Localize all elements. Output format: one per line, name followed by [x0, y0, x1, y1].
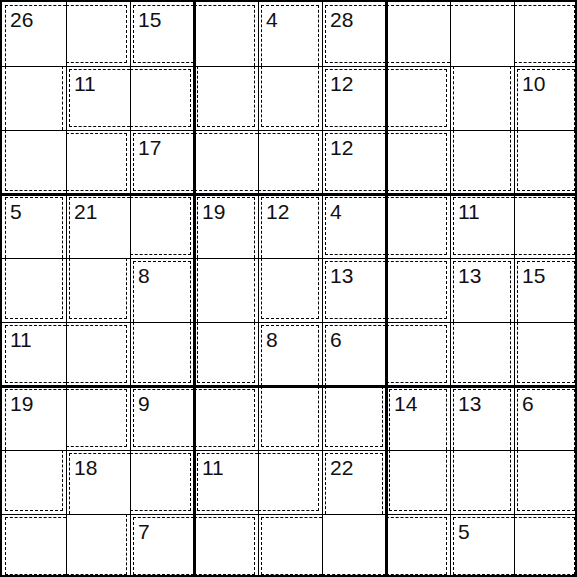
grid-line-vertical-4 [258, 2, 259, 575]
cell-r6c5[interactable] [258, 322, 322, 386]
cell-r2c8[interactable] [450, 66, 514, 130]
cell-r3c2[interactable] [66, 130, 130, 194]
cell-r9c3[interactable] [130, 514, 194, 577]
grid-line-horizontal-5 [2, 322, 575, 323]
cell-r9c4[interactable] [194, 514, 258, 577]
cell-r4c9[interactable] [514, 194, 577, 258]
cell-r8c6[interactable] [322, 450, 386, 514]
cell-r7c2[interactable] [66, 386, 130, 450]
cell-r8c5[interactable] [258, 450, 322, 514]
cell-r6c1[interactable] [2, 322, 66, 386]
grid-line-horizontal-1 [2, 66, 575, 67]
cell-r3c4[interactable] [194, 130, 258, 194]
cell-r7c7[interactable] [386, 386, 450, 450]
grid-line-horizontal-2 [2, 130, 575, 131]
cell-r4c4[interactable] [194, 194, 258, 258]
cell-r3c6[interactable] [322, 130, 386, 194]
cell-r4c6[interactable] [322, 194, 386, 258]
cell-r1c1[interactable] [2, 2, 66, 66]
cell-r2c4[interactable] [194, 66, 258, 130]
cell-r5c3[interactable] [130, 258, 194, 322]
cell-r9c7[interactable] [386, 514, 450, 577]
cell-r3c9[interactable] [514, 130, 577, 194]
cell-r9c9[interactable] [514, 514, 577, 577]
cell-r4c3[interactable] [130, 194, 194, 258]
cell-r5c6[interactable] [322, 258, 386, 322]
cell-r2c1[interactable] [2, 66, 66, 130]
grid-line-vertical-1 [66, 2, 67, 575]
cell-r7c3[interactable] [130, 386, 194, 450]
grid-line-vertical-7 [450, 2, 451, 575]
box-line-vertical-3 [193, 2, 196, 575]
cell-r6c2[interactable] [66, 322, 130, 386]
cell-r5c2[interactable] [66, 258, 130, 322]
cell-r1c8[interactable] [450, 2, 514, 66]
killer-sudoku-board: 2615428111210171252119124118131315118619… [0, 0, 577, 577]
cell-r8c8[interactable] [450, 450, 514, 514]
cell-r3c1[interactable] [2, 130, 66, 194]
cell-r2c9[interactable] [514, 66, 577, 130]
cell-r1c2[interactable] [66, 2, 130, 66]
cell-r1c3[interactable] [130, 2, 194, 66]
cell-r3c8[interactable] [450, 130, 514, 194]
cell-r7c9[interactable] [514, 386, 577, 450]
cell-r7c1[interactable] [2, 386, 66, 450]
cell-r8c2[interactable] [66, 450, 130, 514]
cell-r7c4[interactable] [194, 386, 258, 450]
grid-line-horizontal-4 [2, 258, 575, 259]
cell-r8c3[interactable] [130, 450, 194, 514]
grid-line-vertical-5 [322, 2, 323, 575]
box-line-horizontal-6 [2, 385, 575, 388]
cell-r6c6[interactable] [322, 322, 386, 386]
grid-line-horizontal-7 [2, 450, 575, 451]
cell-r3c3[interactable] [130, 130, 194, 194]
cell-r1c6[interactable] [322, 2, 386, 66]
cell-r2c2[interactable] [66, 66, 130, 130]
cell-r4c2[interactable] [66, 194, 130, 258]
cell-r4c7[interactable] [386, 194, 450, 258]
grid-line-vertical-8 [514, 2, 515, 575]
box-line-horizontal-3 [2, 193, 575, 196]
cell-r3c5[interactable] [258, 130, 322, 194]
cell-r5c4[interactable] [194, 258, 258, 322]
cell-r5c5[interactable] [258, 258, 322, 322]
cell-r6c9[interactable] [514, 322, 577, 386]
cell-r9c1[interactable] [2, 514, 66, 577]
cell-r5c7[interactable] [386, 258, 450, 322]
grid-line-horizontal-8 [2, 514, 575, 515]
cell-r7c6[interactable] [322, 386, 386, 450]
cell-r3c7[interactable] [386, 130, 450, 194]
cell-r8c1[interactable] [2, 450, 66, 514]
cell-r2c5[interactable] [258, 66, 322, 130]
cell-r6c4[interactable] [194, 322, 258, 386]
cell-r4c1[interactable] [2, 194, 66, 258]
cell-r9c6[interactable] [322, 514, 386, 577]
cell-r8c7[interactable] [386, 450, 450, 514]
cell-r8c4[interactable] [194, 450, 258, 514]
cell-r6c7[interactable] [386, 322, 450, 386]
cell-r1c4[interactable] [194, 2, 258, 66]
cell-r9c8[interactable] [450, 514, 514, 577]
cell-r4c5[interactable] [258, 194, 322, 258]
cell-r1c7[interactable] [386, 2, 450, 66]
cell-r2c3[interactable] [130, 66, 194, 130]
cell-r2c6[interactable] [322, 66, 386, 130]
cell-r1c9[interactable] [514, 2, 577, 66]
cell-r9c5[interactable] [258, 514, 322, 577]
cell-r5c9[interactable] [514, 258, 577, 322]
cell-r5c8[interactable] [450, 258, 514, 322]
cell-r4c8[interactable] [450, 194, 514, 258]
cell-r2c7[interactable] [386, 66, 450, 130]
cell-r1c5[interactable] [258, 2, 322, 66]
cell-r5c1[interactable] [2, 258, 66, 322]
cell-r7c8[interactable] [450, 386, 514, 450]
grid-line-vertical-2 [130, 2, 131, 575]
cell-r7c5[interactable] [258, 386, 322, 450]
cell-r6c8[interactable] [450, 322, 514, 386]
box-line-vertical-6 [385, 2, 388, 575]
cell-r8c9[interactable] [514, 450, 577, 514]
cell-r9c2[interactable] [66, 514, 130, 577]
cell-r6c3[interactable] [130, 322, 194, 386]
